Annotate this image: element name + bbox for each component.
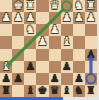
square-d3[interactable]: ♟ <box>49 24 61 36</box>
white-knight: ♞ <box>24 24 36 36</box>
square-h2[interactable]: ♟ <box>0 12 12 24</box>
black-pawn: ♟ <box>61 61 73 73</box>
white-pawn: ♟ <box>0 12 12 24</box>
square-g6[interactable] <box>12 61 24 73</box>
square-f4[interactable] <box>24 36 36 48</box>
square-a4[interactable] <box>85 36 97 48</box>
square-f8[interactable]: ♝ <box>24 85 36 97</box>
square-e5[interactable] <box>36 49 48 61</box>
black-bishop: ♝ <box>61 85 73 97</box>
white-pawn: ♟ <box>73 12 85 24</box>
square-b6[interactable] <box>73 61 85 73</box>
black-pawn: ♟ <box>24 61 36 73</box>
square-e6[interactable] <box>36 61 48 73</box>
white-pawn: ♟ <box>36 36 48 48</box>
square-d1[interactable]: ♛ <box>49 0 61 12</box>
square-d4[interactable] <box>49 36 61 48</box>
black-queen: ♛ <box>49 85 61 97</box>
black-rook: ♜ <box>85 85 97 97</box>
white-bishop: ♝ <box>0 61 12 73</box>
black-rook: ♜ <box>0 85 12 97</box>
square-a3[interactable] <box>85 24 97 36</box>
square-g5[interactable] <box>12 49 24 61</box>
square-g8[interactable] <box>12 85 24 97</box>
square-d6[interactable] <box>49 61 61 73</box>
bottom-scrollbar-track <box>0 97 97 100</box>
square-f6[interactable]: ♟ <box>24 61 36 73</box>
black-pawn: ♟ <box>85 49 97 61</box>
white-pawn: ♟ <box>61 12 73 24</box>
square-c2[interactable]: ♟ <box>61 12 73 24</box>
square-d5[interactable] <box>49 49 61 61</box>
square-a8[interactable]: ♜ <box>85 85 97 97</box>
square-b4[interactable] <box>73 36 85 48</box>
square-g7[interactable]: ♟ <box>12 73 24 85</box>
square-b3[interactable] <box>73 24 85 36</box>
square-c6[interactable]: ♟ <box>61 61 73 73</box>
square-c4[interactable]: ♝ <box>61 36 73 48</box>
square-h4[interactable] <box>0 36 12 48</box>
square-g3[interactable] <box>12 24 24 36</box>
square-f5[interactable] <box>24 49 36 61</box>
square-a2[interactable]: ♟ <box>85 12 97 24</box>
square-e2[interactable] <box>36 12 48 24</box>
white-pawn: ♟ <box>85 12 97 24</box>
square-b8[interactable]: ♞ <box>73 85 85 97</box>
right-gutter <box>97 0 99 100</box>
square-e8[interactable]: ♚ <box>36 85 48 97</box>
black-pawn: ♟ <box>12 73 24 85</box>
square-a6[interactable] <box>85 61 97 73</box>
white-pawn: ♟ <box>12 12 24 24</box>
square-c8[interactable]: ♝ <box>61 85 73 97</box>
square-h8[interactable]: ♜ <box>0 85 12 97</box>
square-d8[interactable]: ♛ <box>49 85 61 97</box>
square-f3[interactable]: ♞ <box>24 24 36 36</box>
bottom-scrollbar-thumb[interactable] <box>0 97 63 100</box>
black-bishop: ♝ <box>24 85 36 97</box>
square-h6[interactable]: ♝ <box>0 61 12 73</box>
white-queen: ♛ <box>49 0 61 12</box>
black-knight: ♞ <box>73 85 85 97</box>
square-e4[interactable]: ♟ <box>36 36 48 48</box>
white-pawn: ♟ <box>49 24 61 36</box>
square-g4[interactable] <box>12 36 24 48</box>
square-a5[interactable]: ♟ <box>85 49 97 61</box>
white-bishop: ♝ <box>61 36 73 48</box>
square-e1[interactable] <box>36 0 48 12</box>
square-g2[interactable]: ♟ <box>12 12 24 24</box>
chess-board[interactable]: ♚♜♛♞♜♟♟♟♟♟♟♞♟♟♝♟♝♟♟♟♟♟♟♜♝♚♛♝♞♜ <box>0 0 97 97</box>
square-b5[interactable] <box>73 49 85 61</box>
black-king: ♚ <box>36 85 48 97</box>
square-c5[interactable] <box>61 49 73 61</box>
square-h3[interactable] <box>0 24 12 36</box>
square-h5[interactable] <box>0 49 12 61</box>
square-b2[interactable]: ♟ <box>73 12 85 24</box>
